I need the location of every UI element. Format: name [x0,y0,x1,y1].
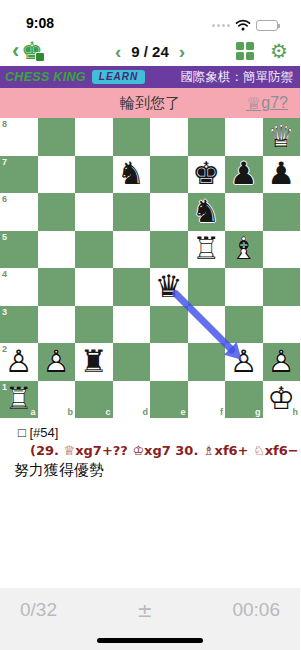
square-a7[interactable]: 7 [0,156,38,194]
file-label-g: g [255,408,261,417]
elapsed-timer: 00:06 [232,599,280,650]
white-pawn-b2[interactable]: ♟♙ [38,343,76,381]
square-f7[interactable]: ♚ [188,156,226,194]
square-d5[interactable] [113,231,151,269]
square-g2[interactable]: ♟♙ [225,343,263,381]
square-d6[interactable] [113,193,151,231]
square-f8[interactable] [188,118,226,156]
rank-label-7: 7 [2,158,7,167]
square-f5[interactable]: ♜♖ [188,231,226,269]
square-h7[interactable]: ♟ [263,156,301,194]
file-label-b: b [68,408,74,417]
square-e3[interactable] [150,306,188,344]
turn-banner: 輪到您了 ♕g7? [0,88,300,118]
white-rook-f5[interactable]: ♜♖ [188,231,226,269]
square-g5[interactable]: ♝♗ [225,231,263,269]
black-pawn-h7[interactable]: ♟ [263,156,301,194]
square-c2[interactable]: ♜ [75,343,113,381]
rank-label-4: 4 [2,270,7,279]
white-pawn-g2[interactable]: ♟♙ [225,343,263,381]
square-e4[interactable]: ♛ [150,268,188,306]
rank-label-6: 6 [2,195,7,204]
square-b1[interactable]: b [38,381,76,419]
turn-message: 輪到您了 [120,94,180,113]
puzzle-position-label: 9 / 24 [131,43,169,60]
square-c1[interactable]: c [75,381,113,419]
square-h5[interactable] [263,231,301,269]
status-icons [212,19,278,31]
puzzle-id: [#54] [29,425,58,440]
square-a3[interactable]: 3 [0,306,38,344]
square-b4[interactable] [38,268,76,306]
square-h1[interactable]: h♚♔ [263,381,301,419]
white-bishop-g5[interactable]: ♝♗ [225,231,263,269]
square-g4[interactable] [225,268,263,306]
brand-banner: CHESS KING LEARN 國際象棋：簡單防禦 [0,66,300,88]
refuted-variation: (29. ♕xg7+?? ♔xg7 30. ♗xf6+ ♘xf6−+) [18,443,292,458]
clock: 9:08 [26,15,54,31]
puzzle-header: □ [#54] [18,425,292,440]
cellular-signal-icon [212,24,230,27]
square-f6[interactable]: ♞ [188,193,226,231]
square-g3[interactable] [225,306,263,344]
square-a5[interactable]: 5 [0,231,38,269]
wifi-icon [235,19,251,31]
course-title: 國際象棋：簡單防禦 [181,69,294,86]
square-e1[interactable]: e [150,381,188,419]
square-h2[interactable]: ♟♙ [263,343,301,381]
black-knight-f6[interactable]: ♞ [188,193,226,231]
home-indicator[interactable] [97,638,203,643]
black-king-f7[interactable]: ♚ [188,156,226,194]
square-a8[interactable]: 8 [0,118,38,156]
square-h8[interactable]: ♛♕ [263,118,301,156]
white-pawn-a2[interactable]: ♟♙ [0,343,38,381]
square-h4[interactable] [263,268,301,306]
square-f3[interactable] [188,306,226,344]
black-queen-e4[interactable]: ♛ [150,268,188,306]
bottom-toolbar: 0/32 ± 00:06 [0,588,300,650]
square-b5[interactable] [38,231,76,269]
chess-board[interactable]: 8♛♕7♞♚♟♟6♞5♜♖♝♗4♛32♟♙♟♙♜♟♙♟♙1a♜♖bcdefgh♚… [0,118,300,418]
square-d2[interactable] [113,343,151,381]
app-name-label: CHESS KING [5,70,86,84]
black-knight-d7[interactable]: ♞ [113,156,151,194]
square-d3[interactable] [113,306,151,344]
file-label-e: e [180,408,185,417]
square-g8[interactable] [225,118,263,156]
square-a2[interactable]: 2♟♙ [0,343,38,381]
square-e6[interactable] [150,193,188,231]
square-a4[interactable]: 4 [0,268,38,306]
square-d4[interactable] [113,268,151,306]
square-b6[interactable] [38,193,76,231]
square-c4[interactable] [75,268,113,306]
rank-label-5: 5 [2,233,7,242]
white-rook-a1[interactable]: ♜♖ [0,381,38,419]
square-f4[interactable] [188,268,226,306]
square-c8[interactable] [75,118,113,156]
white-king-h1[interactable]: ♚♔ [263,381,301,419]
file-label-c: c [105,408,110,417]
square-e2[interactable] [150,343,188,381]
square-e5[interactable] [150,231,188,269]
move-hint-link[interactable]: ♕g7? [246,94,288,112]
logo-badge [35,52,45,62]
square-d7[interactable]: ♞ [113,156,151,194]
settings-gear-button[interactable]: ⚙ [270,41,288,61]
square-h3[interactable] [263,306,301,344]
square-f2[interactable] [188,343,226,381]
learn-badge: LEARN [92,70,145,84]
hint-move-text: g7? [261,94,288,112]
battery-icon [256,20,278,31]
square-c5[interactable] [75,231,113,269]
square-c7[interactable] [75,156,113,194]
app-screen: 9:08 ‹ ♚ ‹ 9 / 24 › ⚙ CHESS KING LEARN 國… [0,0,300,650]
square-a6[interactable]: 6 [0,193,38,231]
prev-puzzle-button[interactable]: ‹ [115,42,121,61]
square-b3[interactable] [38,306,76,344]
white-queen-figurine-icon: ♕ [246,95,261,112]
square-g6[interactable] [225,193,263,231]
square-g7[interactable]: ♟ [225,156,263,194]
square-d1[interactable]: d [113,381,151,419]
puzzle-pager: ‹ 9 / 24 › [115,42,185,61]
back-button[interactable]: ‹ [12,40,19,62]
status-bar: 9:08 [0,0,300,36]
square-f1[interactable]: f [188,381,226,419]
file-label-d: d [143,408,149,417]
square-d8[interactable] [113,118,151,156]
square-h6[interactable] [263,193,301,231]
file-label-f: f [220,408,223,417]
rank-label-3: 3 [2,308,7,317]
white-queen-h8[interactable]: ♛♕ [263,118,301,156]
square-e7[interactable] [150,156,188,194]
chess-king-logo[interactable]: ♚ [21,39,43,63]
square-c6[interactable] [75,193,113,231]
task-comment: 努力獲得優勢 [14,461,292,480]
square-b8[interactable] [38,118,76,156]
score-counter: 0/32 [20,599,57,650]
annotation-panel: □ [#54] (29. ♕xg7+?? ♔xg7 30. ♗xf6+ ♘xf6… [0,418,300,480]
square-b2[interactable]: ♟♙ [38,343,76,381]
nav-bar: ‹ ♚ ‹ 9 / 24 › ⚙ [0,36,300,66]
black-pawn-g7[interactable]: ♟ [225,156,263,194]
next-puzzle-button[interactable]: › [179,42,185,61]
rank-label-8: 8 [2,120,7,129]
square-e8[interactable] [150,118,188,156]
nav-actions: ⚙ [236,41,288,61]
square-b7[interactable] [38,156,76,194]
white-to-move-symbol: □ [18,425,26,440]
puzzle-list-button[interactable] [236,42,254,60]
black-rook-c2[interactable]: ♜ [75,343,113,381]
square-g1[interactable]: g [225,381,263,419]
square-a1[interactable]: 1a♜♖ [0,381,38,419]
white-pawn-h2[interactable]: ♟♙ [263,343,301,381]
square-c3[interactable] [75,306,113,344]
